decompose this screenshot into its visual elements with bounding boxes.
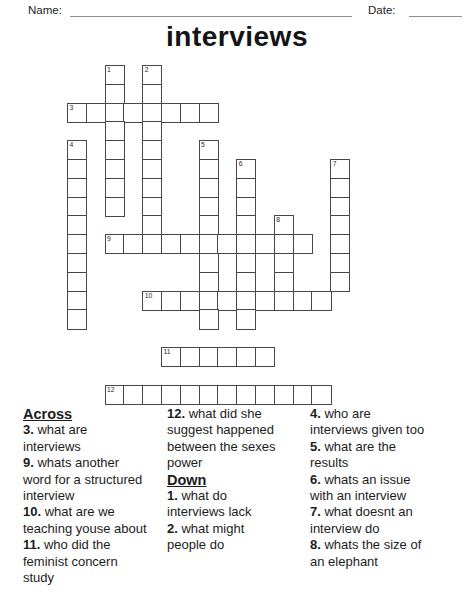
- grid-cell-r12c4[interactable]: 10: [142, 291, 162, 311]
- grid-cell-r8c4[interactable]: [142, 215, 162, 235]
- grid-cell-r3c2[interactable]: [105, 121, 125, 141]
- grid-cell-r9c12[interactable]: [293, 234, 313, 254]
- clue-number-2: 2: [145, 66, 149, 74]
- grid-cell-r17c11[interactable]: [274, 385, 294, 405]
- grid-cell-r12c8[interactable]: [217, 291, 237, 311]
- grid-cell-r7c14[interactable]: [330, 197, 350, 217]
- grid-cell-r6c0[interactable]: [67, 178, 87, 198]
- grid-cell-r5c14[interactable]: 7: [330, 159, 350, 179]
- down-header: Down: [167, 472, 279, 488]
- grid-cell-r12c10[interactable]: [255, 291, 275, 311]
- grid-cell-r17c5[interactable]: [161, 385, 181, 405]
- grid-cell-r11c11[interactable]: [274, 272, 294, 292]
- grid-cell-r9c5[interactable]: [161, 234, 181, 254]
- grid-cell-r9c10[interactable]: [255, 234, 275, 254]
- clue-9-across: 9. whats another word for a structured i…: [23, 455, 148, 504]
- grid-cell-r3c4[interactable]: [142, 121, 162, 141]
- clue-number-11: 11: [164, 348, 171, 356]
- grid-cell-r2c0[interactable]: 3: [67, 103, 87, 123]
- grid-cell-r6c7[interactable]: [199, 178, 219, 198]
- grid-cell-r13c0[interactable]: [67, 309, 87, 329]
- clue-10-across: 10. what are we teaching youse about: [23, 504, 148, 537]
- grid-cell-r5c4[interactable]: [142, 159, 162, 179]
- grid-cell-r17c8[interactable]: [217, 385, 237, 405]
- grid-cell-r17c2[interactable]: 12: [105, 385, 125, 405]
- clue-3-across: 3. what are interviews: [23, 422, 148, 455]
- grid-cell-r15c8[interactable]: [217, 347, 237, 367]
- grid-cell-r9c7[interactable]: [199, 234, 219, 254]
- clue-8-down: 8. whats the size of an elephant: [310, 537, 430, 570]
- clue-number-8: 8: [276, 216, 280, 224]
- grid-cell-r2c2[interactable]: [105, 103, 125, 123]
- clue-6-down: 6. whats an issue with an interview: [310, 472, 430, 505]
- grid-cell-r12c9[interactable]: [236, 291, 256, 311]
- grid-cell-r10c11[interactable]: [274, 253, 294, 273]
- clue-number-4: 4: [70, 141, 74, 149]
- grid-cell-r0c4[interactable]: 2: [142, 65, 162, 85]
- clue-1-down: 1. what do interviews lack: [167, 488, 279, 521]
- grid-cell-r9c2[interactable]: 9: [105, 234, 125, 254]
- grid-cell-r2c3[interactable]: [123, 103, 143, 123]
- grid-cell-r17c4[interactable]: [142, 385, 162, 405]
- grid-cell-r12c13[interactable]: [311, 291, 331, 311]
- grid-cell-r2c6[interactable]: [180, 103, 200, 123]
- grid-cell-r12c6[interactable]: [180, 291, 200, 311]
- grid-cell-r9c0[interactable]: [67, 234, 87, 254]
- grid-cell-r15c5[interactable]: 11: [161, 347, 181, 367]
- grid-cell-r7c4[interactable]: [142, 197, 162, 217]
- grid-cell-r11c14[interactable]: [330, 272, 350, 292]
- clue-number-6: 6: [239, 160, 243, 168]
- grid-cell-r6c4[interactable]: [142, 178, 162, 198]
- grid-cell-r6c14[interactable]: [330, 178, 350, 198]
- grid-cell-r4c7[interactable]: 5: [199, 140, 219, 160]
- clue-2-down: 2. what might people do: [167, 521, 279, 554]
- clue-number-1: 1: [107, 66, 111, 74]
- name-blank-line[interactable]: [70, 16, 352, 17]
- grid-cell-r13c9[interactable]: [236, 309, 256, 329]
- grid-cell-r12c11[interactable]: [274, 291, 294, 311]
- grid-cell-r9c11[interactable]: [274, 234, 294, 254]
- puzzle-title: interviews: [0, 21, 474, 53]
- grid-cell-r15c6[interactable]: [180, 347, 200, 367]
- grid-cell-r6c9[interactable]: [236, 178, 256, 198]
- grid-cell-r2c7[interactable]: [199, 103, 219, 123]
- grid-cell-r4c4[interactable]: [142, 140, 162, 160]
- date-blank-line[interactable]: [409, 16, 462, 17]
- grid-cell-r6c2[interactable]: [105, 178, 125, 198]
- clue-number-7: 7: [333, 160, 337, 168]
- date-label: Date:: [368, 4, 396, 16]
- grid-cell-r17c9[interactable]: [236, 385, 256, 405]
- grid-cell-r10c0[interactable]: [67, 253, 87, 273]
- grid-cell-r4c0[interactable]: 4: [67, 140, 87, 160]
- grid-cell-r9c6[interactable]: [180, 234, 200, 254]
- clue-column-middle: 12. what did she suggest happened betwee…: [167, 406, 279, 554]
- grid-cell-r8c7[interactable]: [199, 215, 219, 235]
- clue-number-10: 10: [145, 292, 153, 300]
- grid-cell-r7c9[interactable]: [236, 197, 256, 217]
- crossword-grid: 123456789101112: [67, 65, 351, 405]
- grid-cell-r9c8[interactable]: [217, 234, 237, 254]
- grid-cell-r15c7[interactable]: [199, 347, 219, 367]
- grid-cell-r11c9[interactable]: [236, 272, 256, 292]
- grid-cell-r8c14[interactable]: [330, 215, 350, 235]
- grid-cell-r17c13[interactable]: [311, 385, 331, 405]
- clue-number-9: 9: [107, 235, 111, 243]
- clue-number-5: 5: [201, 141, 205, 149]
- grid-cell-r17c12[interactable]: [293, 385, 313, 405]
- grid-cell-r7c2[interactable]: [105, 197, 125, 217]
- clue-number-3: 3: [70, 104, 74, 112]
- grid-cell-r11c0[interactable]: [67, 272, 87, 292]
- clue-4-down: 4. who are interviews given too: [310, 406, 430, 439]
- grid-cell-r12c5[interactable]: [161, 291, 181, 311]
- clue-column-left: Across3. what are interviews9. whats ano…: [23, 406, 148, 586]
- grid-cell-r17c7[interactable]: [199, 385, 219, 405]
- grid-cell-r0c2[interactable]: 1: [105, 65, 125, 85]
- grid-cell-r7c0[interactable]: [67, 197, 87, 217]
- grid-cell-r5c9[interactable]: 6: [236, 159, 256, 179]
- grid-cell-r5c0[interactable]: [67, 159, 87, 179]
- grid-cell-r2c5[interactable]: [161, 103, 181, 123]
- grid-cell-r12c0[interactable]: [67, 291, 87, 311]
- grid-cell-r13c7[interactable]: [199, 309, 219, 329]
- grid-cell-r1c2[interactable]: [105, 84, 125, 104]
- grid-cell-r5c7[interactable]: [199, 159, 219, 179]
- grid-cell-r10c7[interactable]: [199, 253, 219, 273]
- grid-cell-r15c9[interactable]: [236, 347, 256, 367]
- grid-cell-r8c9[interactable]: [236, 215, 256, 235]
- clue-11-across: 11. who did the feminist concern study: [23, 537, 148, 586]
- grid-cell-r17c10[interactable]: [255, 385, 275, 405]
- grid-cell-r4c2[interactable]: [105, 140, 125, 160]
- grid-cell-r10c9[interactable]: [236, 253, 256, 273]
- name-label: Name:: [28, 4, 62, 16]
- grid-cell-r1c4[interactable]: [142, 84, 162, 104]
- grid-cell-r10c14[interactable]: [330, 253, 350, 273]
- clue-5-down: 5. what are the results: [310, 439, 430, 472]
- clue-column-right: 4. who are interviews given too5. what a…: [310, 406, 430, 570]
- clue-number-12: 12: [107, 386, 115, 394]
- grid-cell-r7c7[interactable]: [199, 197, 219, 217]
- clue-12-across: 12. what did she suggest happened betwee…: [167, 406, 279, 472]
- grid-cell-r9c9[interactable]: [236, 234, 256, 254]
- grid-cell-r17c3[interactable]: [123, 385, 143, 405]
- grid-cell-r8c11[interactable]: 8: [274, 215, 294, 235]
- grid-cell-r9c3[interactable]: [123, 234, 143, 254]
- grid-cell-r8c0[interactable]: [67, 215, 87, 235]
- grid-cell-r11c7[interactable]: [199, 272, 219, 292]
- grid-cell-r2c4[interactable]: [142, 103, 162, 123]
- across-header: Across: [23, 406, 148, 422]
- grid-cell-r5c2[interactable]: [105, 159, 125, 179]
- grid-cell-r12c12[interactable]: [293, 291, 313, 311]
- grid-cell-r12c7[interactable]: [199, 291, 219, 311]
- grid-cell-r15c10[interactable]: [255, 347, 275, 367]
- grid-cell-r17c6[interactable]: [180, 385, 200, 405]
- grid-cell-r9c14[interactable]: [330, 234, 350, 254]
- clue-7-down: 7. what doesnt an interview do: [310, 504, 430, 537]
- grid-cell-r9c4[interactable]: [142, 234, 162, 254]
- grid-cell-r2c1[interactable]: [86, 103, 106, 123]
